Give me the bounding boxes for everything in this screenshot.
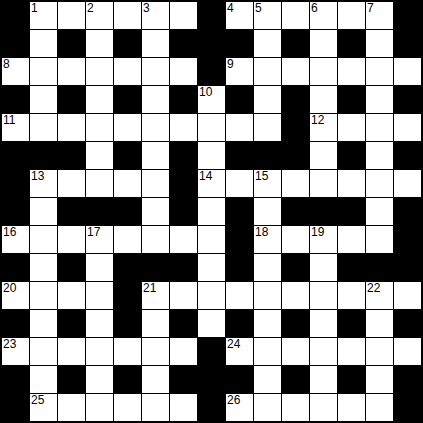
white-cell[interactable] [142,338,169,365]
white-cell[interactable] [114,58,141,85]
white-cell[interactable]: 20 [2,282,29,309]
white-cell[interactable] [366,114,393,141]
black-cell [170,142,197,169]
clue-number: 6 [311,2,318,14]
clue-number: 18 [255,226,268,238]
white-cell[interactable] [86,310,113,337]
white-cell[interactable]: 18 [254,226,281,253]
white-cell[interactable] [366,366,393,393]
black-cell [254,142,281,169]
black-cell [338,86,365,113]
white-cell[interactable] [142,198,169,225]
white-cell[interactable] [310,310,337,337]
white-cell[interactable]: 5 [254,2,281,29]
white-cell[interactable] [338,58,365,85]
white-cell[interactable] [30,114,57,141]
white-cell[interactable] [254,310,281,337]
clue-number: 2 [87,2,94,14]
white-cell[interactable]: 1 [30,2,57,29]
white-cell[interactable] [282,58,309,85]
clue-number: 9 [227,58,234,70]
white-cell[interactable] [198,198,225,225]
white-cell[interactable]: 25 [30,394,57,421]
white-cell[interactable] [142,366,169,393]
black-cell [366,254,393,281]
black-cell [114,86,141,113]
clue-number: 15 [255,170,268,182]
black-cell [394,198,421,225]
black-cell [226,198,253,225]
white-cell[interactable]: 4 [226,2,253,29]
black-cell [394,310,421,337]
white-cell[interactable] [254,30,281,57]
clue-number: 7 [367,2,374,14]
clue-number: 4 [227,2,234,14]
black-cell [2,142,29,169]
white-cell[interactable] [114,338,141,365]
clue-number: 17 [87,226,100,238]
white-cell[interactable] [58,2,85,29]
black-cell [198,58,225,85]
white-cell[interactable] [310,86,337,113]
white-cell[interactable] [142,86,169,113]
white-cell[interactable]: 14 [198,170,225,197]
black-cell [394,394,421,421]
white-cell[interactable] [142,58,169,85]
clue-number: 5 [255,2,262,14]
white-cell[interactable]: 15 [254,170,281,197]
white-cell[interactable]: 11 [2,114,29,141]
black-cell [114,198,141,225]
clue-number: 22 [367,282,380,294]
black-cell [198,366,225,393]
black-cell [30,142,57,169]
black-cell [338,254,365,281]
black-cell [282,142,309,169]
white-cell[interactable] [170,58,197,85]
black-cell [338,366,365,393]
white-cell[interactable] [310,366,337,393]
white-cell[interactable] [366,310,393,337]
black-cell [338,310,365,337]
clue-number: 19 [311,226,324,238]
white-cell[interactable]: 23 [2,338,29,365]
white-cell[interactable] [86,30,113,57]
white-cell[interactable] [394,114,421,141]
black-cell [2,254,29,281]
white-cell[interactable] [30,86,57,113]
white-cell[interactable] [170,282,197,309]
white-cell[interactable] [366,142,393,169]
white-cell[interactable] [114,114,141,141]
white-cell[interactable] [58,394,85,421]
white-cell[interactable] [366,198,393,225]
black-cell [394,2,421,29]
white-cell[interactable] [30,30,57,57]
black-cell [226,142,253,169]
clue-number: 14 [199,170,212,182]
black-cell [2,198,29,225]
white-cell[interactable] [338,282,365,309]
white-cell[interactable] [86,114,113,141]
clue-number: 11 [3,114,15,126]
white-cell[interactable] [170,114,197,141]
white-cell[interactable] [394,338,421,365]
white-cell[interactable] [86,366,113,393]
black-cell [310,198,337,225]
black-cell [114,142,141,169]
white-cell[interactable]: 24 [226,338,253,365]
black-cell [170,254,197,281]
white-cell[interactable] [310,394,337,421]
white-cell[interactable] [30,254,57,281]
white-cell[interactable] [198,282,225,309]
white-cell[interactable] [394,58,421,85]
white-cell[interactable]: 2 [86,2,113,29]
white-cell[interactable] [366,338,393,365]
black-cell [114,254,141,281]
clue-number: 3 [143,2,150,14]
white-cell[interactable] [254,58,281,85]
white-cell[interactable] [254,198,281,225]
white-cell[interactable]: 19 [310,226,337,253]
black-cell [282,254,309,281]
black-cell [58,30,85,57]
white-cell[interactable] [58,338,85,365]
black-cell [170,86,197,113]
white-cell[interactable] [142,114,169,141]
black-cell [2,86,29,113]
white-cell[interactable] [114,170,141,197]
white-cell[interactable] [30,338,57,365]
black-cell [170,30,197,57]
clue-number: 20 [3,282,16,294]
black-cell [394,254,421,281]
white-cell[interactable]: 16 [2,226,29,253]
black-cell [394,366,421,393]
white-cell[interactable] [30,282,57,309]
white-cell[interactable] [58,282,85,309]
white-cell[interactable] [86,394,113,421]
white-cell[interactable] [226,282,253,309]
white-cell[interactable] [86,86,113,113]
black-cell [58,86,85,113]
clue-number: 12 [311,114,324,126]
white-cell[interactable] [114,2,141,29]
white-cell[interactable] [58,58,85,85]
black-cell [58,254,85,281]
white-cell[interactable] [170,394,197,421]
white-cell[interactable] [142,142,169,169]
white-cell[interactable] [30,226,57,253]
white-cell[interactable] [86,254,113,281]
white-cell[interactable] [394,282,421,309]
white-cell[interactable] [366,170,393,197]
black-cell [282,366,309,393]
black-cell [282,86,309,113]
black-cell [338,30,365,57]
clue-number: 10 [199,86,212,98]
white-cell[interactable]: 17 [86,226,113,253]
white-cell[interactable] [226,170,253,197]
white-cell[interactable] [86,142,113,169]
white-cell[interactable] [198,254,225,281]
white-cell[interactable] [114,394,141,421]
white-cell[interactable] [198,114,225,141]
white-cell[interactable]: 9 [226,58,253,85]
white-cell[interactable] [310,282,337,309]
white-cell[interactable] [366,86,393,113]
black-cell [170,366,197,393]
black-cell [282,198,309,225]
clue-number: 23 [3,338,16,350]
white-cell[interactable] [254,254,281,281]
black-cell [394,142,421,169]
white-cell[interactable]: 26 [226,394,253,421]
white-cell[interactable] [58,170,85,197]
black-cell [114,310,141,337]
black-cell [394,30,421,57]
white-cell[interactable] [58,114,85,141]
white-cell[interactable] [254,366,281,393]
black-cell [170,310,197,337]
white-cell[interactable] [282,394,309,421]
black-cell [226,226,253,253]
white-cell[interactable] [254,114,281,141]
white-cell[interactable] [86,58,113,85]
white-cell[interactable] [282,338,309,365]
white-cell[interactable] [170,226,197,253]
white-cell[interactable] [170,2,197,29]
white-cell[interactable]: 7 [366,2,393,29]
black-cell [142,254,169,281]
clue-number: 16 [3,226,16,238]
white-cell[interactable] [30,366,57,393]
white-cell[interactable] [198,142,225,169]
black-cell [2,394,29,421]
white-cell[interactable] [254,338,281,365]
clue-number: 13 [31,170,44,182]
white-cell[interactable] [170,338,197,365]
clue-number: 1 [31,2,38,14]
white-cell[interactable] [254,282,281,309]
white-cell[interactable] [86,338,113,365]
white-cell[interactable]: 6 [310,2,337,29]
black-cell [394,226,421,253]
white-cell[interactable]: 3 [142,2,169,29]
clue-number: 26 [227,394,240,406]
black-cell [2,170,29,197]
white-cell[interactable] [198,310,225,337]
white-cell[interactable] [142,310,169,337]
black-cell [114,366,141,393]
black-cell [198,338,225,365]
white-cell[interactable] [282,282,309,309]
black-cell [114,282,141,309]
black-cell [198,30,225,57]
black-cell [114,30,141,57]
white-cell[interactable] [86,170,113,197]
black-cell [2,310,29,337]
black-cell [226,310,253,337]
white-cell[interactable] [338,2,365,29]
white-cell[interactable] [366,394,393,421]
clue-number: 8 [3,58,10,70]
black-cell [226,86,253,113]
black-cell [58,310,85,337]
white-cell[interactable] [310,338,337,365]
black-cell [170,198,197,225]
black-cell [58,366,85,393]
white-cell[interactable]: 10 [198,86,225,113]
white-cell[interactable] [338,394,365,421]
white-cell[interactable] [310,254,337,281]
white-cell[interactable] [30,58,57,85]
black-cell [338,198,365,225]
white-cell[interactable] [338,338,365,365]
white-cell[interactable] [198,226,225,253]
crossword-board: 1234567891011121314151617181920212223242… [0,0,423,423]
white-cell[interactable] [30,310,57,337]
white-cell[interactable]: 12 [310,114,337,141]
white-cell[interactable] [310,58,337,85]
black-cell [198,2,225,29]
white-cell[interactable]: 13 [30,170,57,197]
white-cell[interactable] [394,170,421,197]
white-cell[interactable]: 22 [366,282,393,309]
white-cell[interactable] [142,170,169,197]
white-cell[interactable] [282,170,309,197]
white-cell[interactable] [114,226,141,253]
black-cell [226,254,253,281]
white-cell[interactable] [366,58,393,85]
black-cell [226,30,253,57]
black-cell [226,366,253,393]
white-cell[interactable] [142,30,169,57]
clue-number: 25 [31,394,44,406]
white-cell[interactable] [338,170,365,197]
crossword-grid: 1234567891011121314151617181920212223242… [2,2,421,421]
white-cell[interactable] [282,226,309,253]
white-cell[interactable] [142,226,169,253]
white-cell[interactable] [142,394,169,421]
black-cell [2,30,29,57]
white-cell[interactable] [366,30,393,57]
black-cell [58,198,85,225]
white-cell[interactable] [30,198,57,225]
black-cell [282,114,309,141]
white-cell[interactable] [310,142,337,169]
white-cell[interactable] [366,226,393,253]
black-cell [198,394,225,421]
white-cell[interactable] [338,114,365,141]
black-cell [170,170,197,197]
white-cell[interactable] [282,2,309,29]
clue-number: 24 [227,338,240,350]
white-cell[interactable] [338,226,365,253]
white-cell[interactable]: 21 [142,282,169,309]
white-cell[interactable] [254,394,281,421]
black-cell [282,30,309,57]
white-cell[interactable] [226,114,253,141]
black-cell [394,86,421,113]
black-cell [2,2,29,29]
white-cell[interactable] [58,226,85,253]
clue-number: 21 [143,282,156,294]
white-cell[interactable] [310,30,337,57]
black-cell [338,142,365,169]
white-cell[interactable] [310,170,337,197]
white-cell[interactable]: 8 [2,58,29,85]
black-cell [86,198,113,225]
black-cell [2,366,29,393]
white-cell[interactable] [86,282,113,309]
white-cell[interactable] [254,86,281,113]
black-cell [58,142,85,169]
black-cell [282,310,309,337]
